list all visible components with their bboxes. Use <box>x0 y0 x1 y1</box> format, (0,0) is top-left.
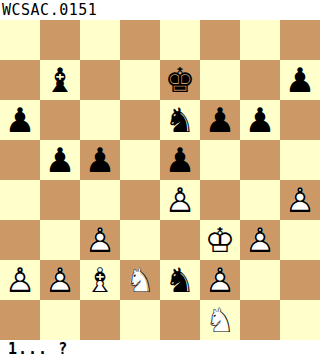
square-a2[interactable]: ♟♙ <box>0 260 40 300</box>
piece-white-pawn: ♙ <box>240 220 280 260</box>
square-e3[interactable] <box>160 220 200 260</box>
square-h1[interactable] <box>280 300 320 340</box>
square-h4[interactable]: ♟♙ <box>280 180 320 220</box>
square-d4[interactable] <box>120 180 160 220</box>
square-e6[interactable]: ♞ <box>160 100 200 140</box>
square-c4[interactable] <box>80 180 120 220</box>
square-f7[interactable] <box>200 60 240 100</box>
piece-white-pawn: ♙ <box>80 220 120 260</box>
square-a3[interactable] <box>0 220 40 260</box>
piece-black-pawn: ♟ <box>200 100 240 140</box>
square-c1[interactable] <box>80 300 120 340</box>
square-e8[interactable] <box>160 20 200 60</box>
square-g5[interactable] <box>240 140 280 180</box>
move-prompt: 1... ? <box>8 340 68 360</box>
square-b4[interactable] <box>40 180 80 220</box>
piece-white-knight: ♘ <box>200 300 240 340</box>
piece-black-king: ♚ <box>160 60 200 100</box>
square-h5[interactable] <box>280 140 320 180</box>
square-f8[interactable] <box>200 20 240 60</box>
square-b7[interactable]: ♝ <box>40 60 80 100</box>
square-h6[interactable] <box>280 100 320 140</box>
piece-white-pawn: ♙ <box>200 260 240 300</box>
piece-white-bishop: ♗ <box>80 260 120 300</box>
square-d7[interactable] <box>120 60 160 100</box>
square-c8[interactable] <box>80 20 120 60</box>
square-c5[interactable]: ♟ <box>80 140 120 180</box>
square-e5[interactable]: ♟ <box>160 140 200 180</box>
square-a1[interactable] <box>0 300 40 340</box>
square-d1[interactable] <box>120 300 160 340</box>
square-d6[interactable] <box>120 100 160 140</box>
piece-white-pawn: ♙ <box>40 260 80 300</box>
chess-puzzle-window: WCSAC.0151 ♝♚♟♟♞♟♟♟♟♟♟♙♟♙♟♙♚♔♟♙♟♙♟♙♝♗♞♘♞… <box>0 0 320 360</box>
square-d2[interactable]: ♞♘ <box>120 260 160 300</box>
piece-black-knight: ♞ <box>160 100 200 140</box>
square-b5[interactable]: ♟ <box>40 140 80 180</box>
piece-black-knight: ♞ <box>160 260 200 300</box>
square-e1[interactable] <box>160 300 200 340</box>
square-f3[interactable]: ♚♔ <box>200 220 240 260</box>
square-a7[interactable] <box>0 60 40 100</box>
square-g1[interactable] <box>240 300 280 340</box>
square-f2[interactable]: ♟♙ <box>200 260 240 300</box>
square-c2[interactable]: ♝♗ <box>80 260 120 300</box>
square-a8[interactable] <box>0 20 40 60</box>
piece-white-king: ♔ <box>200 220 240 260</box>
chess-board: ♝♚♟♟♞♟♟♟♟♟♟♙♟♙♟♙♚♔♟♙♟♙♟♙♝♗♞♘♞♟♙♞♘ <box>0 20 320 340</box>
square-b3[interactable] <box>40 220 80 260</box>
square-g7[interactable] <box>240 60 280 100</box>
square-g4[interactable] <box>240 180 280 220</box>
piece-white-pawn: ♙ <box>0 260 40 300</box>
square-g8[interactable] <box>240 20 280 60</box>
square-d8[interactable] <box>120 20 160 60</box>
square-f5[interactable] <box>200 140 240 180</box>
square-h2[interactable] <box>280 260 320 300</box>
square-g3[interactable]: ♟♙ <box>240 220 280 260</box>
square-e2[interactable]: ♞ <box>160 260 200 300</box>
square-a5[interactable] <box>0 140 40 180</box>
piece-white-knight: ♘ <box>120 260 160 300</box>
square-c7[interactable] <box>80 60 120 100</box>
square-c6[interactable] <box>80 100 120 140</box>
square-d3[interactable] <box>120 220 160 260</box>
square-e7[interactable]: ♚ <box>160 60 200 100</box>
square-h7[interactable]: ♟ <box>280 60 320 100</box>
square-b6[interactable] <box>40 100 80 140</box>
piece-black-pawn: ♟ <box>280 60 320 100</box>
square-e4[interactable]: ♟♙ <box>160 180 200 220</box>
square-h8[interactable] <box>280 20 320 60</box>
piece-white-pawn: ♙ <box>280 180 320 220</box>
square-b2[interactable]: ♟♙ <box>40 260 80 300</box>
square-f1[interactable]: ♞♘ <box>200 300 240 340</box>
square-d5[interactable] <box>120 140 160 180</box>
piece-black-bishop: ♝ <box>40 60 80 100</box>
piece-white-pawn: ♙ <box>160 180 200 220</box>
square-b1[interactable] <box>40 300 80 340</box>
square-f4[interactable] <box>200 180 240 220</box>
square-a6[interactable]: ♟ <box>0 100 40 140</box>
puzzle-title: WCSAC.0151 <box>2 1 97 19</box>
square-b8[interactable] <box>40 20 80 60</box>
piece-black-pawn: ♟ <box>40 140 80 180</box>
piece-black-pawn: ♟ <box>0 100 40 140</box>
piece-black-pawn: ♟ <box>160 140 200 180</box>
square-g6[interactable]: ♟ <box>240 100 280 140</box>
square-h3[interactable] <box>280 220 320 260</box>
square-a4[interactable] <box>0 180 40 220</box>
square-g2[interactable] <box>240 260 280 300</box>
piece-black-pawn: ♟ <box>80 140 120 180</box>
piece-black-pawn: ♟ <box>240 100 280 140</box>
square-c3[interactable]: ♟♙ <box>80 220 120 260</box>
square-f6[interactable]: ♟ <box>200 100 240 140</box>
